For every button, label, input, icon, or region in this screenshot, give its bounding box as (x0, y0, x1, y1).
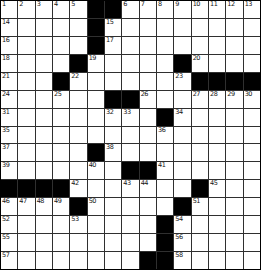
clue-number-20: 20 (193, 55, 200, 62)
clue-number-46: 46 (2, 198, 9, 205)
cell-r11c11[interactable]: 51 (192, 198, 208, 215)
cell-r4c9[interactable] (157, 73, 173, 90)
clue-number-28: 28 (210, 91, 217, 98)
clue-number-49: 49 (54, 198, 61, 205)
clue-number-57: 57 (2, 252, 9, 259)
cell-r5c11[interactable]: 27 (192, 91, 208, 108)
cell-r14c3[interactable] (53, 252, 69, 269)
black-cell-r11c4 (70, 198, 86, 215)
clue-number-4: 4 (54, 1, 58, 8)
cell-r0c8[interactable]: 7 (140, 1, 156, 18)
cell-r1c13[interactable] (226, 19, 242, 36)
clue-number-54: 54 (175, 216, 182, 223)
cell-r8c14[interactable] (244, 144, 260, 161)
cell-r9c12[interactable] (209, 162, 225, 179)
cell-r6c14[interactable] (244, 109, 260, 126)
cell-r10c9[interactable] (157, 180, 173, 197)
black-cell-r4c14 (244, 73, 260, 90)
clue-number-40: 40 (89, 162, 96, 169)
cell-r1c1[interactable] (18, 19, 34, 36)
cell-r14c13[interactable] (226, 252, 242, 269)
black-cell-r9c7 (122, 162, 138, 179)
black-cell-r11c10 (174, 198, 190, 215)
clue-number-55: 55 (2, 234, 9, 241)
cell-r14c1[interactable] (18, 252, 34, 269)
cell-r5c2[interactable] (36, 91, 52, 108)
clue-number-35: 35 (2, 127, 9, 134)
cell-r3c9[interactable] (157, 55, 173, 72)
black-cell-r3c10 (174, 55, 190, 72)
clue-number-17: 17 (106, 37, 113, 44)
black-cell-r5c7 (122, 91, 138, 108)
clue-number-44: 44 (141, 180, 148, 187)
cell-r2c2[interactable] (36, 37, 52, 54)
cell-r7c7[interactable] (122, 127, 138, 144)
clue-number-39: 39 (2, 162, 9, 169)
cell-r4c6[interactable] (105, 73, 121, 90)
cell-r2c0[interactable]: 16 (1, 37, 17, 54)
cell-r2c13[interactable] (226, 37, 242, 54)
cell-r0c0[interactable]: 1 (1, 1, 17, 18)
cell-r5c12[interactable]: 28 (209, 91, 225, 108)
cell-r9c9[interactable]: 41 (157, 162, 173, 179)
black-cell-r0c5 (88, 1, 104, 18)
crossword-grid: 1234567891011121314151617181920212223242… (0, 0, 261, 270)
clue-number-7: 7 (141, 1, 145, 8)
clue-number-42: 42 (71, 180, 78, 187)
black-cell-r10c0 (1, 180, 17, 197)
clue-number-15: 15 (106, 19, 113, 26)
cell-r13c10[interactable]: 56 (174, 234, 190, 251)
black-cell-r4c12 (209, 73, 225, 90)
cell-r8c7[interactable] (122, 144, 138, 161)
cell-r3c7[interactable] (122, 55, 138, 72)
cell-r2c4[interactable] (70, 37, 86, 54)
cell-r10c12[interactable]: 45 (209, 180, 225, 197)
black-cell-r10c1 (18, 180, 34, 197)
cell-r2c3[interactable] (53, 37, 69, 54)
clue-number-10: 10 (193, 1, 200, 8)
clue-number-34: 34 (175, 109, 182, 116)
cell-r10c4[interactable]: 42 (70, 180, 86, 197)
clue-number-29: 29 (227, 91, 234, 98)
black-cell-r14c8 (140, 252, 156, 269)
clue-number-47: 47 (19, 198, 26, 205)
cell-r1c10[interactable] (174, 19, 190, 36)
clue-number-51: 51 (193, 198, 200, 205)
cell-r7c12[interactable] (209, 127, 225, 144)
cell-r2c14[interactable] (244, 37, 260, 54)
cell-r9c11[interactable] (192, 162, 208, 179)
cell-r14c4[interactable] (70, 252, 86, 269)
clue-number-11: 11 (210, 1, 217, 8)
cell-r4c8[interactable] (140, 73, 156, 90)
clue-number-24: 24 (2, 91, 9, 98)
cell-r9c6[interactable] (105, 162, 121, 179)
clue-number-56: 56 (175, 234, 182, 241)
clue-number-3: 3 (37, 1, 41, 8)
cell-r6c4[interactable] (70, 109, 86, 126)
cell-r3c14[interactable] (244, 55, 260, 72)
cell-r14c2[interactable] (36, 252, 52, 269)
cell-r9c2[interactable] (36, 162, 52, 179)
cell-r1c2[interactable] (36, 19, 52, 36)
cell-r8c11[interactable] (192, 144, 208, 161)
cell-r12c10[interactable]: 54 (174, 216, 190, 233)
cell-r1c3[interactable] (53, 19, 69, 36)
black-cell-r5c6 (105, 91, 121, 108)
cell-r4c2[interactable] (36, 73, 52, 90)
cell-r0c12[interactable]: 11 (209, 1, 225, 18)
cell-r14c11[interactable] (192, 252, 208, 269)
clue-number-45: 45 (210, 180, 217, 187)
cell-r9c14[interactable] (244, 162, 260, 179)
cell-r0c10[interactable]: 9 (174, 1, 190, 18)
cell-r12c5[interactable] (88, 216, 104, 233)
black-cell-r8c5 (88, 144, 104, 161)
clue-number-31: 31 (2, 109, 9, 116)
clue-number-32: 32 (106, 109, 113, 116)
cell-r1c11[interactable] (192, 19, 208, 36)
cell-r14c5[interactable] (88, 252, 104, 269)
cell-r8c2[interactable] (36, 144, 52, 161)
cell-r5c3[interactable]: 25 (53, 91, 69, 108)
cell-r3c12[interactable] (209, 55, 225, 72)
cell-r14c10[interactable]: 58 (174, 252, 190, 269)
cell-r13c6[interactable] (105, 234, 121, 251)
cell-r6c2[interactable] (36, 109, 52, 126)
cell-r13c8[interactable] (140, 234, 156, 251)
cell-r9c0[interactable]: 39 (1, 162, 17, 179)
black-cell-r0c6 (105, 1, 121, 18)
cell-r7c10[interactable] (174, 127, 190, 144)
cell-r6c13[interactable] (226, 109, 242, 126)
cell-r3c5[interactable]: 19 (88, 55, 104, 72)
clue-number-14: 14 (2, 19, 9, 26)
cell-r1c4[interactable] (70, 19, 86, 36)
cell-r4c0[interactable]: 21 (1, 73, 17, 90)
cell-r5c5[interactable] (88, 91, 104, 108)
cell-r13c11[interactable] (192, 234, 208, 251)
cell-r8c12[interactable] (209, 144, 225, 161)
cell-r12c12[interactable] (209, 216, 225, 233)
cell-r14c6[interactable] (105, 252, 121, 269)
cell-r0c11[interactable]: 10 (192, 1, 208, 18)
cell-r0c2[interactable]: 3 (36, 1, 52, 18)
cell-r6c3[interactable] (53, 109, 69, 126)
cell-r8c8[interactable] (140, 144, 156, 161)
cell-r13c3[interactable] (53, 234, 69, 251)
clue-number-30: 30 (245, 91, 252, 98)
cell-r11c13[interactable] (226, 198, 242, 215)
cell-r7c5[interactable] (88, 127, 104, 144)
cell-r7c13[interactable] (226, 127, 242, 144)
clue-number-18: 18 (2, 55, 9, 62)
clue-number-50: 50 (89, 198, 96, 205)
clue-number-19: 19 (89, 55, 96, 62)
cell-r7c4[interactable] (70, 127, 86, 144)
cell-r0c7[interactable]: 6 (122, 1, 138, 18)
cell-r11c9[interactable] (157, 198, 173, 215)
cell-r11c1[interactable]: 47 (18, 198, 34, 215)
clue-number-33: 33 (123, 109, 130, 116)
cell-r8c6[interactable]: 38 (105, 144, 121, 161)
cell-r7c2[interactable] (36, 127, 52, 144)
cell-r10c8[interactable]: 44 (140, 180, 156, 197)
clue-number-26: 26 (141, 91, 148, 98)
cell-r12c6[interactable] (105, 216, 121, 233)
cell-r11c8[interactable] (140, 198, 156, 215)
cell-r12c0[interactable]: 52 (1, 216, 17, 233)
cell-r2c7[interactable] (122, 37, 138, 54)
clue-number-22: 22 (71, 73, 78, 80)
cell-r10c6[interactable] (105, 180, 121, 197)
black-cell-r4c11 (192, 73, 208, 90)
cell-r1c0[interactable]: 14 (1, 19, 17, 36)
cell-r11c0[interactable]: 46 (1, 198, 17, 215)
cell-r1c14[interactable] (244, 19, 260, 36)
cell-r6c10[interactable]: 34 (174, 109, 190, 126)
cell-r13c14[interactable] (244, 234, 260, 251)
cell-r5c14[interactable]: 30 (244, 91, 260, 108)
cell-r3c3[interactable] (53, 55, 69, 72)
cell-r4c4[interactable]: 22 (70, 73, 86, 90)
cell-r13c12[interactable] (209, 234, 225, 251)
cell-r0c3[interactable]: 4 (53, 1, 69, 18)
cell-r9c10[interactable] (174, 162, 190, 179)
black-cell-r4c3 (53, 73, 69, 90)
cell-r7c9[interactable]: 36 (157, 127, 173, 144)
cell-r5c4[interactable] (70, 91, 86, 108)
cell-r1c6[interactable]: 15 (105, 19, 121, 36)
cell-r3c11[interactable]: 20 (192, 55, 208, 72)
black-cell-r9c8 (140, 162, 156, 179)
cell-r10c14[interactable] (244, 180, 260, 197)
cell-r6c11[interactable] (192, 109, 208, 126)
cell-r6c7[interactable]: 33 (122, 109, 138, 126)
black-cell-r10c2 (36, 180, 52, 197)
cell-r13c4[interactable] (70, 234, 86, 251)
cell-r12c7[interactable] (122, 216, 138, 233)
cell-r4c1[interactable] (18, 73, 34, 90)
cell-r8c3[interactable] (53, 144, 69, 161)
clue-number-2: 2 (19, 1, 23, 8)
cell-r0c4[interactable]: 5 (70, 1, 86, 18)
cell-r8c10[interactable] (174, 144, 190, 161)
cell-r13c0[interactable]: 55 (1, 234, 17, 251)
cell-r2c1[interactable] (18, 37, 34, 54)
cell-r12c3[interactable] (53, 216, 69, 233)
cell-r12c14[interactable] (244, 216, 260, 233)
cell-r10c7[interactable]: 43 (122, 180, 138, 197)
cell-r5c10[interactable] (174, 91, 190, 108)
cell-r6c0[interactable]: 31 (1, 109, 17, 126)
cell-r11c12[interactable] (209, 198, 225, 215)
cell-r10c10[interactable] (174, 180, 190, 197)
cell-r9c1[interactable] (18, 162, 34, 179)
clue-number-1: 1 (2, 1, 6, 8)
clue-number-13: 13 (245, 1, 252, 8)
cell-r2c6[interactable]: 17 (105, 37, 121, 54)
cell-r10c13[interactable] (226, 180, 242, 197)
cell-r8c13[interactable] (226, 144, 242, 161)
cell-r6c1[interactable] (18, 109, 34, 126)
clue-number-12: 12 (227, 1, 234, 8)
cell-r9c4[interactable] (70, 162, 86, 179)
cell-r0c1[interactable]: 2 (18, 1, 34, 18)
cell-r11c7[interactable] (122, 198, 138, 215)
cell-r9c13[interactable] (226, 162, 242, 179)
cell-r3c13[interactable] (226, 55, 242, 72)
clue-number-53: 53 (71, 216, 78, 223)
cell-r7c8[interactable] (140, 127, 156, 144)
cell-r13c1[interactable] (18, 234, 34, 251)
black-cell-r6c9 (157, 109, 173, 126)
cell-r11c5[interactable]: 50 (88, 198, 104, 215)
cell-r4c5[interactable] (88, 73, 104, 90)
cell-r7c6[interactable] (105, 127, 121, 144)
cell-r7c3[interactable] (53, 127, 69, 144)
clue-number-38: 38 (106, 144, 113, 151)
cell-r13c2[interactable] (36, 234, 52, 251)
clue-number-52: 52 (2, 216, 9, 223)
clue-number-8: 8 (158, 1, 162, 8)
cell-r2c10[interactable] (174, 37, 190, 54)
cell-r7c0[interactable]: 35 (1, 127, 17, 144)
cell-r3c1[interactable] (18, 55, 34, 72)
cell-r9c3[interactable] (53, 162, 69, 179)
clue-number-21: 21 (2, 73, 9, 80)
cell-r14c7[interactable] (122, 252, 138, 269)
cell-r1c7[interactable] (122, 19, 138, 36)
cell-r3c2[interactable] (36, 55, 52, 72)
clue-number-27: 27 (193, 91, 200, 98)
cell-r0c13[interactable]: 12 (226, 1, 242, 18)
black-cell-r10c3 (53, 180, 69, 197)
cell-r2c11[interactable] (192, 37, 208, 54)
cell-r8c4[interactable] (70, 144, 86, 161)
cell-r8c9[interactable] (157, 144, 173, 161)
cell-r6c6[interactable]: 32 (105, 109, 121, 126)
cell-r6c8[interactable] (140, 109, 156, 126)
cell-r3c8[interactable] (140, 55, 156, 72)
black-cell-r3c4 (70, 55, 86, 72)
black-cell-r12c9 (157, 216, 173, 233)
clue-number-25: 25 (54, 91, 61, 98)
clue-number-48: 48 (37, 198, 44, 205)
cell-r1c12[interactable] (209, 19, 225, 36)
cell-r12c11[interactable] (192, 216, 208, 233)
cell-r9c5[interactable]: 40 (88, 162, 104, 179)
cell-r1c9[interactable] (157, 19, 173, 36)
cell-r5c13[interactable]: 29 (226, 91, 242, 108)
cell-r0c9[interactable]: 8 (157, 1, 173, 18)
cell-r3c6[interactable] (105, 55, 121, 72)
cell-r2c9[interactable] (157, 37, 173, 54)
cell-r5c9[interactable] (157, 91, 173, 108)
cell-r4c7[interactable] (122, 73, 138, 90)
cell-r4c10[interactable]: 23 (174, 73, 190, 90)
cell-r2c12[interactable] (209, 37, 225, 54)
cell-r5c0[interactable]: 24 (1, 91, 17, 108)
cell-r12c4[interactable]: 53 (70, 216, 86, 233)
clue-number-58: 58 (175, 252, 182, 259)
cell-r13c13[interactable] (226, 234, 242, 251)
cell-r6c5[interactable] (88, 109, 104, 126)
cell-r1c8[interactable] (140, 19, 156, 36)
cell-r11c3[interactable]: 49 (53, 198, 69, 215)
cell-r14c12[interactable] (209, 252, 225, 269)
cell-r7c11[interactable] (192, 127, 208, 144)
black-cell-r10c11 (192, 180, 208, 197)
cell-r14c14[interactable] (244, 252, 260, 269)
cell-r8c0[interactable]: 37 (1, 144, 17, 161)
black-cell-r1c5 (88, 19, 104, 36)
cell-r6c12[interactable] (209, 109, 225, 126)
black-cell-r4c13 (226, 73, 242, 90)
black-cell-r13c9 (157, 234, 173, 251)
cell-r11c6[interactable] (105, 198, 121, 215)
cell-r12c8[interactable] (140, 216, 156, 233)
clue-number-23: 23 (175, 73, 182, 80)
cell-r14c0[interactable]: 57 (1, 252, 17, 269)
clue-number-6: 6 (123, 1, 127, 8)
cell-r0c14[interactable]: 13 (244, 1, 260, 18)
cell-r8c1[interactable] (18, 144, 34, 161)
cell-r7c1[interactable] (18, 127, 34, 144)
cell-r12c13[interactable] (226, 216, 242, 233)
cell-r2c8[interactable] (140, 37, 156, 54)
cell-r10c5[interactable] (88, 180, 104, 197)
cell-r5c1[interactable] (18, 91, 34, 108)
cell-r11c14[interactable] (244, 198, 260, 215)
black-cell-r2c5 (88, 37, 104, 54)
cell-r12c2[interactable] (36, 216, 52, 233)
cell-r5c8[interactable]: 26 (140, 91, 156, 108)
cell-r13c5[interactable] (88, 234, 104, 251)
cell-r13c7[interactable] (122, 234, 138, 251)
clue-number-41: 41 (158, 162, 165, 169)
clue-number-16: 16 (2, 37, 9, 44)
clue-number-9: 9 (175, 1, 179, 8)
clue-number-36: 36 (158, 127, 165, 134)
cell-r12c1[interactable] (18, 216, 34, 233)
clue-number-43: 43 (123, 180, 130, 187)
black-cell-r14c9 (157, 252, 173, 269)
crossword-puzzle: 1234567891011121314151617181920212223242… (0, 0, 261, 270)
cell-r11c2[interactable]: 48 (36, 198, 52, 215)
clue-number-37: 37 (2, 144, 9, 151)
clue-number-5: 5 (71, 1, 75, 8)
cell-r3c0[interactable]: 18 (1, 55, 17, 72)
cell-r7c14[interactable] (244, 127, 260, 144)
